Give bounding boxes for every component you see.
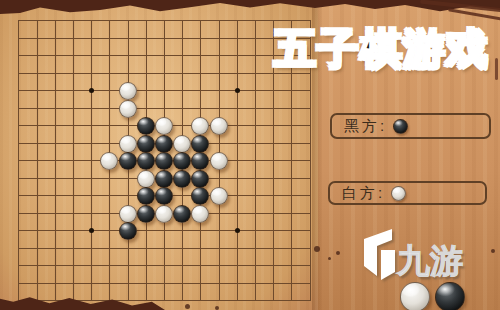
white-player-label: 白方: [342, 184, 385, 203]
white-stone [119, 100, 137, 118]
game-title: 五子棋游戏 [274, 26, 500, 72]
white-stone [191, 117, 209, 135]
grid-line-horizontal [18, 38, 310, 39]
star-point [235, 88, 240, 93]
black-stone [155, 187, 173, 205]
black-player-box: 黑方: [330, 113, 491, 139]
white-stone [119, 135, 137, 153]
black-stone [155, 170, 173, 188]
white-stone [210, 187, 228, 205]
black-stone [155, 135, 173, 153]
black-stone [173, 152, 191, 170]
black-stone [137, 135, 155, 153]
black-stone [137, 117, 155, 135]
black-stone [137, 187, 155, 205]
white-stone [119, 82, 137, 100]
white-stone [191, 205, 209, 223]
black-stone [191, 152, 209, 170]
tray-black-stone [435, 282, 465, 310]
9game-logo: 九游 [356, 227, 396, 281]
white-player-box: 白方: [328, 181, 487, 205]
grid-line-horizontal [18, 55, 310, 56]
grid-line-horizontal [18, 20, 310, 21]
black-stone [191, 187, 209, 205]
star-point [235, 228, 240, 233]
black-stone [191, 135, 209, 153]
grid-line-horizontal [18, 90, 310, 91]
star-point [89, 88, 94, 93]
black-player-label: 黑方: [344, 117, 387, 136]
white-stone-icon [391, 186, 406, 201]
white-stone [137, 170, 155, 188]
stain-spot [328, 257, 331, 260]
grid-line-horizontal [18, 230, 310, 231]
black-stone [119, 222, 137, 240]
star-point [89, 228, 94, 233]
grid-line-horizontal [18, 248, 310, 249]
tray-white-stone [400, 282, 430, 310]
gomoku-board[interactable] [0, 0, 318, 310]
gomoku-game-screen: 五子棋游戏 黑方: 白方: 九游 [0, 0, 500, 310]
white-stone [210, 152, 228, 170]
white-stone [173, 135, 191, 153]
9game-logo-icon [356, 227, 396, 281]
grid-line-horizontal [18, 283, 310, 284]
black-stone [137, 152, 155, 170]
white-stone [100, 152, 118, 170]
stain-spot [215, 306, 219, 310]
black-stone [173, 205, 191, 223]
black-stone [191, 170, 209, 188]
stain-spot [314, 246, 320, 252]
stain-spot [491, 249, 495, 253]
black-stone [173, 170, 191, 188]
white-stone [210, 117, 228, 135]
black-stone [119, 152, 137, 170]
grid-line-horizontal [18, 265, 310, 266]
grid-line-horizontal [18, 73, 310, 74]
black-stone [137, 205, 155, 223]
grid-line-horizontal [18, 108, 310, 109]
white-stone [155, 117, 173, 135]
logo-text: 九游 [397, 239, 463, 284]
white-stone [155, 205, 173, 223]
stain-spot [336, 251, 340, 255]
white-stone [119, 205, 137, 223]
stain-spot [185, 304, 190, 309]
black-stone-icon [393, 119, 408, 134]
black-stone [155, 152, 173, 170]
